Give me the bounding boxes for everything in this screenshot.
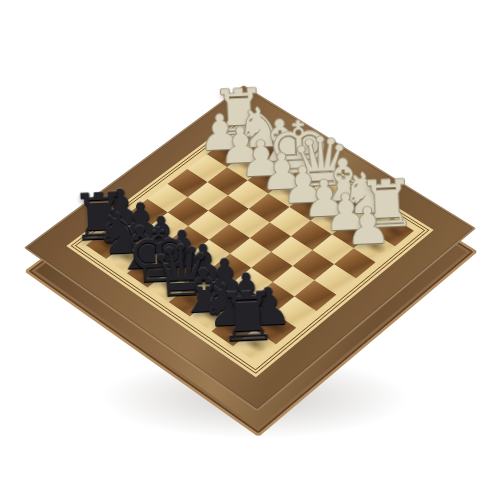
square-a8[interactable]: ♜ (233, 329, 276, 361)
square-d4[interactable] (250, 222, 291, 251)
square-b4[interactable] (293, 250, 334, 280)
white-pawn[interactable]: ♟ (345, 200, 392, 252)
photo-scene: ♜♞♝♚♛♝♞♜♟♟♟♟♟♟♟♟♟♟♟♟♟♟♟♟♜♞♝♚♛♝♞♜ (0, 0, 500, 500)
black-rook[interactable]: ♜ (215, 283, 278, 352)
